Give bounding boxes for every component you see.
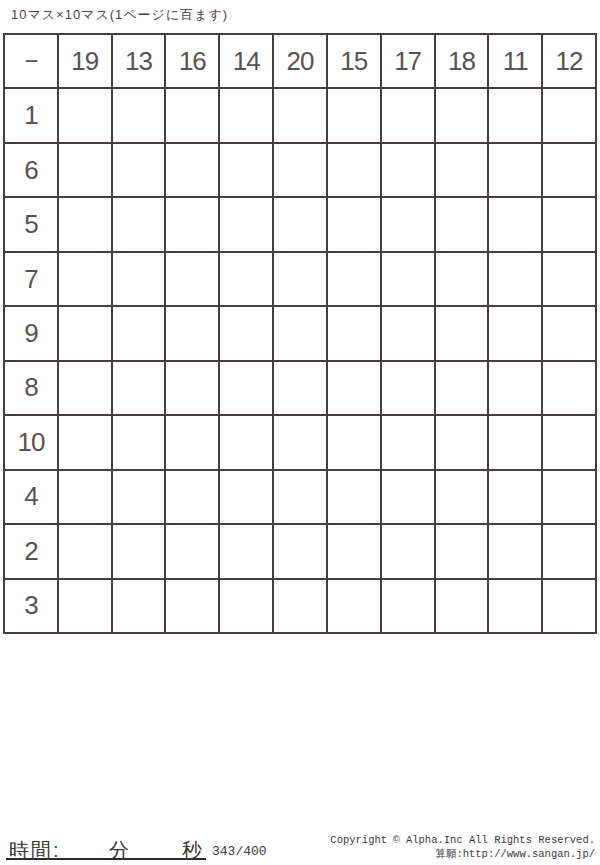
answer-cell (166, 471, 218, 523)
row-header-cell: 1 (5, 89, 57, 141)
col-header-cell: 19 (59, 35, 111, 87)
col-header-cell: 18 (436, 35, 488, 87)
answer-cell (59, 253, 111, 305)
answer-cell (59, 416, 111, 468)
answer-cell (166, 580, 218, 632)
answer-cell (59, 198, 111, 250)
answer-cell (274, 307, 326, 359)
row-header-cell: 10 (5, 416, 57, 468)
answer-cell (436, 144, 488, 196)
answer-cell (328, 89, 380, 141)
answer-cell (328, 580, 380, 632)
answer-cell (436, 198, 488, 250)
row-header-cell: 5 (5, 198, 57, 250)
answer-cell (489, 307, 541, 359)
answer-cell (382, 416, 434, 468)
col-header-cell: 14 (220, 35, 272, 87)
answer-cell (113, 416, 165, 468)
answer-cell (382, 144, 434, 196)
answer-cell (543, 416, 595, 468)
answer-cell (274, 471, 326, 523)
answer-cell (274, 198, 326, 250)
answer-cell (382, 89, 434, 141)
answer-cell (489, 144, 541, 196)
answer-cell (382, 198, 434, 250)
worksheet-title: 10マス×10マス(1ページに百ます) (11, 6, 228, 24)
row-header-cell: 8 (5, 362, 57, 414)
answer-cell (543, 580, 595, 632)
answer-cell (274, 362, 326, 414)
row-header-cell: 4 (5, 471, 57, 523)
answer-cell (274, 89, 326, 141)
sheet-counter: 343/400 (212, 844, 267, 859)
col-header-cell: 17 (382, 35, 434, 87)
answer-cell (436, 416, 488, 468)
col-header-cell: 20 (274, 35, 326, 87)
answer-cell (436, 525, 488, 577)
answer-cell (328, 471, 380, 523)
answer-cell (274, 253, 326, 305)
copyright: Copyright © Alpha.Inc All Rights Reserve… (330, 834, 595, 861)
answer-cell (274, 144, 326, 196)
answer-cell (489, 198, 541, 250)
answer-cell (113, 471, 165, 523)
answer-cell (543, 144, 595, 196)
answer-cell (220, 362, 272, 414)
answer-cell (59, 580, 111, 632)
answer-cell (382, 362, 434, 414)
answer-cell (489, 416, 541, 468)
answer-cell (436, 253, 488, 305)
answer-cell (274, 416, 326, 468)
answer-cell (543, 198, 595, 250)
col-header-cell: 13 (113, 35, 165, 87)
answer-cell (59, 362, 111, 414)
answer-cell (328, 362, 380, 414)
answer-cell (436, 307, 488, 359)
answer-cell (166, 362, 218, 414)
row-header-cell: 7 (5, 253, 57, 305)
col-header-cell: 12 (543, 35, 595, 87)
answer-cell (166, 89, 218, 141)
answer-cell (59, 471, 111, 523)
answer-cell (436, 89, 488, 141)
answer-cell (274, 525, 326, 577)
answer-cell (220, 89, 272, 141)
copyright-line1: Copyright © Alpha.Inc All Rights Reserve… (330, 834, 595, 848)
row-header-cell: 3 (5, 580, 57, 632)
col-header-cell: 16 (166, 35, 218, 87)
answer-cell (382, 580, 434, 632)
answer-cell (543, 89, 595, 141)
answer-cell (59, 525, 111, 577)
minutes-label: 分 (109, 837, 129, 864)
answer-cell (113, 89, 165, 141)
answer-cell (328, 416, 380, 468)
answer-cell (166, 416, 218, 468)
col-header-cell: 15 (328, 35, 380, 87)
answer-cell (113, 253, 165, 305)
answer-cell (166, 144, 218, 196)
answer-cell (113, 525, 165, 577)
answer-cell (543, 525, 595, 577)
answer-cell (489, 89, 541, 141)
answer-cell (166, 307, 218, 359)
answer-cell (59, 307, 111, 359)
answer-cell (113, 580, 165, 632)
answer-cell (328, 253, 380, 305)
calculation-grid: −1913161420151718111216579810423 (3, 33, 597, 634)
answer-cell (220, 471, 272, 523)
answer-cell (382, 471, 434, 523)
answer-cell (436, 362, 488, 414)
answer-cell (489, 471, 541, 523)
answer-cell (328, 525, 380, 577)
answer-cell (59, 144, 111, 196)
answer-cell (543, 253, 595, 305)
answer-cell (220, 198, 272, 250)
answer-cell (328, 144, 380, 196)
answer-cell (489, 362, 541, 414)
row-header-cell: 9 (5, 307, 57, 359)
answer-cell (220, 144, 272, 196)
answer-cell (220, 525, 272, 577)
col-header-cell: 11 (489, 35, 541, 87)
answer-cell (113, 198, 165, 250)
answer-cell (489, 580, 541, 632)
answer-cell (166, 253, 218, 305)
copyright-line2: 算願:http://www.sangan.jp/ (330, 848, 595, 862)
seconds-label: 秒 (182, 837, 202, 864)
answer-cell (220, 253, 272, 305)
answer-cell (543, 362, 595, 414)
answer-cell (274, 580, 326, 632)
answer-cell (543, 307, 595, 359)
answer-cell (220, 580, 272, 632)
answer-cell (382, 307, 434, 359)
answer-cell (543, 471, 595, 523)
answer-cell (59, 89, 111, 141)
row-header-cell: 2 (5, 525, 57, 577)
answer-cell (166, 198, 218, 250)
row-header-cell: 6 (5, 144, 57, 196)
answer-cell (382, 525, 434, 577)
answer-cell (113, 144, 165, 196)
answer-cell (328, 307, 380, 359)
time-label: 時間: (9, 837, 61, 864)
time-entry-line: 時間: 分 秒 (6, 835, 206, 860)
answer-cell (113, 362, 165, 414)
answer-cell (220, 416, 272, 468)
answer-cell (489, 253, 541, 305)
answer-cell (382, 253, 434, 305)
answer-cell (220, 307, 272, 359)
answer-cell (436, 471, 488, 523)
answer-cell (489, 525, 541, 577)
answer-cell (113, 307, 165, 359)
answer-cell (328, 198, 380, 250)
answer-cell (166, 525, 218, 577)
answer-cell (436, 580, 488, 632)
operator-cell: − (5, 35, 57, 87)
